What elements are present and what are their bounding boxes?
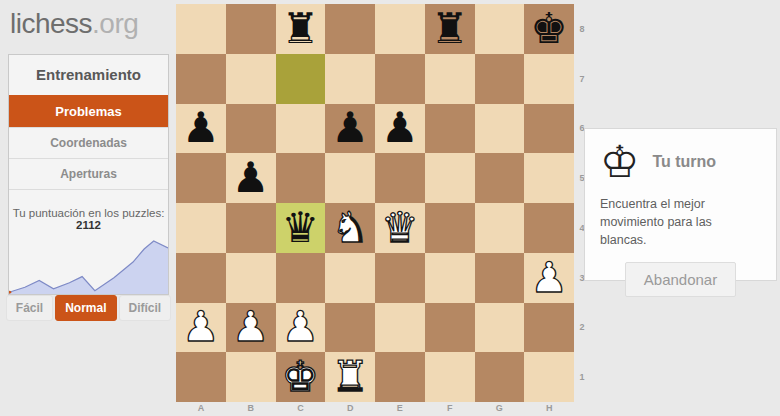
chess-board[interactable]: ♜♜♚♟♟♟♟♛♞♛♟♟♟♟♚♜ [176, 4, 574, 402]
square-c8[interactable]: ♜ [276, 4, 326, 54]
rank-label-7: 7 [575, 54, 589, 104]
piece-bp-d6[interactable]: ♟ [331, 107, 369, 149]
file-label-a: A [176, 401, 226, 416]
square-h1[interactable] [524, 352, 574, 402]
file-label-d: D [325, 401, 375, 416]
square-c1[interactable]: ♚ [276, 352, 326, 402]
piece-br-c8[interactable]: ♜ [282, 8, 320, 50]
rating-chart [9, 237, 168, 294]
piece-wq-e4[interactable]: ♛ [381, 207, 419, 249]
square-f3[interactable] [425, 253, 475, 303]
puzzle-score-value: 2112 [76, 219, 101, 231]
training-title: Entrenamiento [9, 55, 168, 95]
difficulty-normal-button[interactable]: Normal [55, 295, 116, 321]
square-e1[interactable] [375, 352, 425, 402]
file-label-g: G [475, 401, 525, 416]
square-a2[interactable]: ♟ [176, 303, 226, 353]
white-king-icon: ♔ [600, 142, 639, 182]
file-label-e: E [375, 401, 425, 416]
piece-wp-h3[interactable]: ♟ [530, 257, 568, 299]
square-a1[interactable] [176, 352, 226, 402]
square-d2[interactable] [325, 303, 375, 353]
square-f2[interactable] [425, 303, 475, 353]
piece-bp-b5[interactable]: ♟ [232, 157, 270, 199]
rank-label-2: 2 [575, 303, 589, 353]
square-h8[interactable]: ♚ [524, 4, 574, 54]
square-b7[interactable] [226, 54, 276, 104]
square-b6[interactable] [226, 104, 276, 154]
puzzle-score: Tu puntuación en los puzzles: 2112 [9, 207, 168, 231]
piece-wr-d1[interactable]: ♜ [331, 356, 369, 398]
square-b5[interactable]: ♟ [226, 153, 276, 203]
square-e6[interactable]: ♟ [375, 104, 425, 154]
file-label-b: B [226, 401, 276, 416]
file-label-h: H [524, 401, 574, 416]
square-c4[interactable]: ♛ [276, 203, 326, 253]
file-labels: ABCDEFGH [176, 401, 574, 416]
piece-bp-e6[interactable]: ♟ [381, 107, 419, 149]
page: lichess.org Entrenamiento Problemas Coor… [0, 0, 780, 416]
logo-tld: .org [92, 8, 138, 39]
square-b1[interactable] [226, 352, 276, 402]
square-b4[interactable] [226, 203, 276, 253]
square-g1[interactable] [475, 352, 525, 402]
square-f8[interactable]: ♜ [425, 4, 475, 54]
training-panel: Entrenamiento Problemas Coordenadas Aper… [8, 54, 169, 295]
square-e7[interactable] [375, 54, 425, 104]
file-label-c: C [276, 401, 326, 416]
square-f7[interactable] [425, 54, 475, 104]
square-c7[interactable] [276, 54, 326, 104]
piece-bp-a6[interactable]: ♟ [182, 107, 220, 149]
logo-name: lichess [10, 8, 92, 39]
square-g7[interactable] [475, 54, 525, 104]
square-g8[interactable] [475, 4, 525, 54]
piece-wp-c2[interactable]: ♟ [282, 306, 320, 348]
piece-br-f8[interactable]: ♜ [431, 8, 469, 50]
sidebar-item-coordenadas[interactable]: Coordenadas [9, 127, 168, 158]
square-d7[interactable] [325, 54, 375, 104]
square-e4[interactable]: ♛ [375, 203, 425, 253]
square-d5[interactable] [325, 153, 375, 203]
turn-instructions: Encuentra el mejor movimiento para las b… [600, 195, 761, 249]
square-c6[interactable] [276, 104, 326, 154]
square-a6[interactable]: ♟ [176, 104, 226, 154]
lichess-logo[interactable]: lichess.org [10, 8, 138, 40]
piece-bk-h8[interactable]: ♚ [530, 8, 568, 50]
square-b2[interactable]: ♟ [226, 303, 276, 353]
square-d8[interactable] [325, 4, 375, 54]
piece-wk-c1[interactable]: ♚ [282, 356, 320, 398]
square-h7[interactable] [524, 54, 574, 104]
turn-panel: ♔ Tu turno Encuentra el mejor movimiento… [584, 128, 777, 281]
square-d3[interactable] [325, 253, 375, 303]
square-g2[interactable] [475, 303, 525, 353]
puzzle-score-label: Tu puntuación en los puzzles: [13, 207, 165, 219]
square-e5[interactable] [375, 153, 425, 203]
sidebar-item-problemas[interactable]: Problemas [9, 95, 168, 127]
piece-bq-c4[interactable]: ♛ [282, 207, 320, 249]
square-a4[interactable] [176, 203, 226, 253]
square-a8[interactable] [176, 4, 226, 54]
square-f1[interactable] [425, 352, 475, 402]
file-label-f: F [425, 401, 475, 416]
square-c5[interactable] [276, 153, 326, 203]
square-a3[interactable] [176, 253, 226, 303]
difficulty-selector: Fácil Normal Difícil [8, 295, 169, 321]
rank-label-8: 8 [575, 4, 589, 54]
square-b8[interactable] [226, 4, 276, 54]
piece-wp-b2[interactable]: ♟ [232, 306, 270, 348]
square-d1[interactable]: ♜ [325, 352, 375, 402]
square-d4[interactable]: ♞ [325, 203, 375, 253]
square-e2[interactable] [375, 303, 425, 353]
square-g3[interactable] [475, 253, 525, 303]
square-h6[interactable] [524, 104, 574, 154]
square-h4[interactable] [524, 203, 574, 253]
square-g5[interactable] [475, 153, 525, 203]
square-e3[interactable] [375, 253, 425, 303]
square-g4[interactable] [475, 203, 525, 253]
turn-header: ♔ Tu turno [600, 142, 761, 182]
square-h2[interactable] [524, 303, 574, 353]
piece-wp-a2[interactable]: ♟ [182, 306, 220, 348]
sidebar-item-aperturas[interactable]: Aperturas [9, 158, 168, 190]
rank-label-1: 1 [575, 352, 589, 402]
square-d6[interactable]: ♟ [325, 104, 375, 154]
square-c2[interactable]: ♟ [276, 303, 326, 353]
square-f6[interactable] [425, 104, 475, 154]
square-e8[interactable] [375, 4, 425, 54]
square-a5[interactable] [176, 153, 226, 203]
square-f4[interactable] [425, 203, 475, 253]
difficulty-dificil-button[interactable]: Difícil [119, 295, 172, 321]
difficulty-facil-button[interactable]: Fácil [6, 295, 53, 321]
square-h5[interactable] [524, 153, 574, 203]
square-a7[interactable] [176, 54, 226, 104]
piece-wn-d4[interactable]: ♞ [331, 207, 369, 249]
turn-title: Tu turno [652, 153, 716, 171]
square-b3[interactable] [226, 253, 276, 303]
square-g6[interactable] [475, 104, 525, 154]
square-f5[interactable] [425, 153, 475, 203]
abandon-button[interactable]: Abandonar [625, 262, 736, 297]
square-c3[interactable] [276, 253, 326, 303]
square-h3[interactable]: ♟ [524, 253, 574, 303]
